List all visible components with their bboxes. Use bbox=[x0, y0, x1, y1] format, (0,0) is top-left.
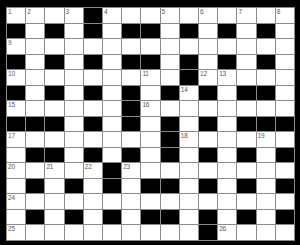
letter-cell-r11c0[interactable] bbox=[7, 179, 25, 194]
letter-cell-r2c0[interactable]: 9 bbox=[7, 39, 25, 54]
letter-cell-r14c8[interactable] bbox=[161, 225, 179, 240]
letter-cell-r8c9[interactable]: 18 bbox=[180, 132, 198, 147]
black-cell-r8c8 bbox=[161, 132, 179, 147]
letter-cell-r7c11[interactable] bbox=[218, 117, 236, 132]
clue-number-18: 18 bbox=[181, 132, 188, 139]
letter-cell-r4c14[interactable] bbox=[276, 70, 294, 85]
letter-cell-r13c13[interactable] bbox=[257, 210, 275, 225]
letter-cell-r6c8[interactable] bbox=[161, 101, 179, 116]
letter-cell-r4c0[interactable]: 10 bbox=[7, 70, 25, 85]
letter-cell-r11c6[interactable] bbox=[122, 179, 140, 194]
letter-cell-r0c5[interactable]: 4 bbox=[103, 8, 121, 23]
letter-cell-r13c6[interactable] bbox=[122, 210, 140, 225]
black-cell-r3c2 bbox=[45, 55, 63, 70]
letter-cell-r14c11[interactable]: 26 bbox=[218, 225, 236, 240]
letter-cell-r2c12[interactable] bbox=[237, 39, 255, 54]
letter-cell-r4c13[interactable] bbox=[257, 70, 275, 85]
letter-cell-r6c5[interactable] bbox=[103, 101, 121, 116]
letter-cell-r12c7[interactable] bbox=[141, 194, 159, 209]
letter-cell-r3c12[interactable] bbox=[237, 55, 255, 70]
black-cell-r3c4 bbox=[84, 55, 102, 70]
letter-cell-r10c0[interactable]: 20 bbox=[7, 163, 25, 178]
clue-number-7: 7 bbox=[238, 8, 241, 15]
letter-cell-r12c4[interactable] bbox=[84, 194, 102, 209]
letter-cell-r13c11[interactable] bbox=[218, 210, 236, 225]
clue-number-11: 11 bbox=[142, 70, 148, 77]
letter-cell-r12c10[interactable] bbox=[199, 194, 217, 209]
black-cell-r0c4 bbox=[84, 8, 102, 23]
letter-cell-r3c10[interactable] bbox=[199, 55, 217, 70]
black-cell-r3c9 bbox=[180, 55, 198, 70]
letter-cell-r6c11[interactable] bbox=[218, 101, 236, 116]
black-cell-r1c4 bbox=[84, 24, 102, 39]
letter-cell-r14c5[interactable] bbox=[103, 225, 121, 240]
letter-cell-r2c14[interactable] bbox=[276, 39, 294, 54]
clue-number-25: 25 bbox=[8, 225, 15, 232]
black-cell-r3c0 bbox=[7, 55, 25, 70]
letter-cell-r4c11[interactable]: 13 bbox=[218, 70, 236, 85]
black-cell-r5c8 bbox=[161, 86, 179, 101]
black-cell-r7c2 bbox=[45, 117, 63, 132]
letter-cell-r5c9[interactable]: 14 bbox=[180, 86, 198, 101]
letter-cell-r2c4[interactable] bbox=[84, 39, 102, 54]
clue-number-3: 3 bbox=[66, 8, 69, 15]
letter-cell-r8c12[interactable] bbox=[237, 132, 255, 147]
letter-cell-r9c3[interactable] bbox=[65, 148, 83, 163]
letter-cell-r14c13[interactable] bbox=[257, 225, 275, 240]
clue-number-6: 6 bbox=[200, 8, 203, 15]
letter-cell-r10c2[interactable]: 21 bbox=[45, 163, 63, 178]
clue-number-5: 5 bbox=[162, 8, 165, 15]
crossword-page: 1234567891011121314151617181920212223242… bbox=[0, 0, 300, 245]
letter-cell-r9c0[interactable] bbox=[7, 148, 25, 163]
black-cell-r10c5 bbox=[103, 163, 121, 178]
letter-cell-r13c2[interactable] bbox=[45, 210, 63, 225]
letter-cell-r2c1[interactable] bbox=[26, 39, 44, 54]
black-cell-r6c6 bbox=[122, 101, 140, 116]
black-cell-r13c5 bbox=[103, 210, 121, 225]
letter-cell-r6c1[interactable] bbox=[26, 101, 44, 116]
letter-cell-r10c12[interactable] bbox=[237, 163, 255, 178]
letter-cell-r7c7[interactable] bbox=[141, 117, 159, 132]
letter-cell-r10c6[interactable]: 23 bbox=[122, 163, 140, 178]
letter-cell-r10c14[interactable] bbox=[276, 163, 294, 178]
letter-cell-r1c14[interactable] bbox=[276, 24, 294, 39]
letter-cell-r12c5[interactable] bbox=[103, 194, 121, 209]
letter-cell-r7c3[interactable] bbox=[65, 117, 83, 132]
letter-cell-r6c2[interactable] bbox=[45, 101, 63, 116]
letter-cell-r14c0[interactable]: 25 bbox=[7, 225, 25, 240]
letter-cell-r4c8[interactable] bbox=[161, 70, 179, 85]
letter-cell-r8c5[interactable] bbox=[103, 132, 121, 147]
letter-cell-r9c5[interactable] bbox=[103, 148, 121, 163]
letter-cell-r8c4[interactable] bbox=[84, 132, 102, 147]
letter-cell-r12c12[interactable] bbox=[237, 194, 255, 209]
clue-number-9: 9 bbox=[8, 39, 11, 46]
letter-cell-r12c0[interactable]: 24 bbox=[7, 194, 25, 209]
black-cell-r11c8 bbox=[161, 179, 179, 194]
letter-cell-r0c0[interactable]: 1 bbox=[7, 8, 25, 23]
letter-cell-r11c11[interactable] bbox=[218, 179, 236, 194]
clue-number-15: 15 bbox=[8, 101, 15, 108]
letter-cell-r10c8[interactable] bbox=[161, 163, 179, 178]
black-cell-r3c11 bbox=[218, 55, 236, 70]
black-cell-r5c12 bbox=[237, 86, 255, 101]
clue-number-22: 22 bbox=[85, 163, 92, 170]
black-cell-r11c10 bbox=[199, 179, 217, 194]
letter-cell-r12c6[interactable] bbox=[122, 194, 140, 209]
black-cell-r4c9 bbox=[180, 70, 198, 85]
clue-number-8: 8 bbox=[277, 8, 280, 15]
letter-cell-r4c3[interactable] bbox=[65, 70, 83, 85]
letter-cell-r8c1[interactable] bbox=[26, 132, 44, 147]
letter-cell-r12c11[interactable] bbox=[218, 194, 236, 209]
letter-cell-r11c13[interactable] bbox=[257, 179, 275, 194]
letter-cell-r1c1[interactable] bbox=[26, 24, 44, 39]
clue-number-13: 13 bbox=[219, 70, 226, 77]
black-cell-r1c0 bbox=[7, 24, 25, 39]
letter-cell-r4c7[interactable]: 11 bbox=[141, 70, 159, 85]
black-cell-r7c8 bbox=[161, 117, 179, 132]
crossword-grid: 1234567891011121314151617181920212223242… bbox=[6, 7, 295, 241]
black-cell-r13c1 bbox=[26, 210, 44, 225]
clue-number-12: 12 bbox=[200, 70, 207, 77]
clue-number-2: 2 bbox=[27, 8, 30, 15]
black-cell-r9c2 bbox=[45, 148, 63, 163]
black-cell-r5c2 bbox=[45, 86, 63, 101]
black-cell-r5c10 bbox=[199, 86, 217, 101]
black-cell-r9c10 bbox=[199, 148, 217, 163]
letter-cell-r6c14[interactable] bbox=[276, 101, 294, 116]
letter-cell-r1c8[interactable] bbox=[161, 24, 179, 39]
letter-cell-r9c11[interactable] bbox=[218, 148, 236, 163]
black-cell-r7c14 bbox=[276, 117, 294, 132]
letter-cell-r2c2[interactable] bbox=[45, 39, 63, 54]
letter-cell-r8c14[interactable] bbox=[276, 132, 294, 147]
letter-cell-r5c11[interactable] bbox=[218, 86, 236, 101]
black-cell-r11c14 bbox=[276, 179, 294, 194]
letter-cell-r10c1[interactable] bbox=[26, 163, 44, 178]
letter-cell-r0c3[interactable]: 3 bbox=[65, 8, 83, 23]
clue-number-17: 17 bbox=[8, 132, 15, 139]
letter-cell-r0c8[interactable]: 5 bbox=[161, 8, 179, 23]
black-cell-r13c14 bbox=[276, 210, 294, 225]
clue-number-23: 23 bbox=[123, 163, 130, 170]
black-cell-r13c7 bbox=[141, 210, 159, 225]
clue-number-16: 16 bbox=[142, 101, 149, 108]
letter-cell-r9c13[interactable] bbox=[257, 148, 275, 163]
black-cell-r11c1 bbox=[26, 179, 44, 194]
letter-cell-r3c5[interactable] bbox=[103, 55, 121, 70]
letter-cell-r1c12[interactable] bbox=[237, 24, 255, 39]
letter-cell-r13c0[interactable] bbox=[7, 210, 25, 225]
letter-cell-r13c9[interactable] bbox=[180, 210, 198, 225]
letter-cell-r0c2[interactable] bbox=[45, 8, 63, 23]
letter-cell-r11c4[interactable] bbox=[84, 179, 102, 194]
letter-cell-r12c13[interactable] bbox=[257, 194, 275, 209]
black-cell-r9c12 bbox=[237, 148, 255, 163]
letter-cell-r10c11[interactable] bbox=[218, 163, 236, 178]
letter-cell-r2c9[interactable] bbox=[180, 39, 198, 54]
black-cell-r7c12 bbox=[237, 117, 255, 132]
letter-cell-r2c6[interactable] bbox=[122, 39, 140, 54]
clue-number-19: 19 bbox=[258, 132, 265, 139]
black-cell-r1c13 bbox=[257, 24, 275, 39]
clue-number-24: 24 bbox=[8, 194, 15, 201]
letter-cell-r0c13[interactable] bbox=[257, 8, 275, 23]
letter-cell-r9c9[interactable] bbox=[180, 148, 198, 163]
black-cell-r13c3 bbox=[65, 210, 83, 225]
letter-cell-r2c7[interactable] bbox=[141, 39, 159, 54]
black-cell-r7c0 bbox=[7, 117, 25, 132]
letter-cell-r0c10[interactable]: 6 bbox=[199, 8, 217, 23]
letter-cell-r1c10[interactable] bbox=[199, 24, 217, 39]
letter-cell-r6c3[interactable] bbox=[65, 101, 83, 116]
black-cell-r9c6 bbox=[122, 148, 140, 163]
black-cell-r11c7 bbox=[141, 179, 159, 194]
letter-cell-r4c1[interactable] bbox=[26, 70, 44, 85]
letter-cell-r5c3[interactable] bbox=[65, 86, 83, 101]
black-cell-r13c10 bbox=[199, 210, 217, 225]
black-cell-r5c0 bbox=[7, 86, 25, 101]
black-cell-r5c13 bbox=[257, 86, 275, 101]
black-cell-r3c6 bbox=[122, 55, 140, 70]
letter-cell-r8c3[interactable] bbox=[65, 132, 83, 147]
letter-cell-r3c1[interactable] bbox=[26, 55, 44, 70]
letter-cell-r3c8[interactable] bbox=[161, 55, 179, 70]
letter-cell-r3c3[interactable] bbox=[65, 55, 83, 70]
letter-cell-r6c4[interactable] bbox=[84, 101, 102, 116]
letter-cell-r2c13[interactable] bbox=[257, 39, 275, 54]
clue-number-10: 10 bbox=[8, 70, 15, 77]
letter-cell-r2c10[interactable] bbox=[199, 39, 217, 54]
letter-cell-r10c10[interactable] bbox=[199, 163, 217, 178]
letter-cell-r6c9[interactable] bbox=[180, 101, 198, 116]
letter-cell-r11c2[interactable] bbox=[45, 179, 63, 194]
letter-cell-r1c5[interactable] bbox=[103, 24, 121, 39]
letter-cell-r4c4[interactable] bbox=[84, 70, 102, 85]
letter-cell-r12c14[interactable] bbox=[276, 194, 294, 209]
letter-cell-r14c7[interactable] bbox=[141, 225, 159, 240]
black-cell-r1c2 bbox=[45, 24, 63, 39]
black-cell-r1c7 bbox=[141, 24, 159, 39]
clue-number-1: 1 bbox=[8, 8, 11, 15]
clue-number-14: 14 bbox=[181, 86, 188, 93]
black-cell-r1c9 bbox=[180, 24, 198, 39]
letter-cell-r12c1[interactable] bbox=[26, 194, 44, 209]
letter-cell-r2c11[interactable] bbox=[218, 39, 236, 54]
black-cell-r7c13 bbox=[257, 117, 275, 132]
black-cell-r1c6 bbox=[122, 24, 140, 39]
letter-cell-r12c8[interactable] bbox=[161, 194, 179, 209]
black-cell-r11c3 bbox=[65, 179, 83, 194]
letter-cell-r14c2[interactable] bbox=[45, 225, 63, 240]
letter-cell-r10c4[interactable]: 22 bbox=[84, 163, 102, 178]
clue-number-21: 21 bbox=[46, 163, 53, 170]
letter-cell-r0c7[interactable] bbox=[141, 8, 159, 23]
letter-cell-r12c2[interactable] bbox=[45, 194, 63, 209]
letter-cell-r8c11[interactable] bbox=[218, 132, 236, 147]
letter-cell-r6c12[interactable] bbox=[237, 101, 255, 116]
letter-cell-r14c9[interactable] bbox=[180, 225, 198, 240]
letter-cell-r10c9[interactable] bbox=[180, 163, 198, 178]
black-cell-r7c1 bbox=[26, 117, 44, 132]
letter-cell-r8c13[interactable]: 19 bbox=[257, 132, 275, 147]
letter-cell-r5c7[interactable] bbox=[141, 86, 159, 101]
black-cell-r14c10 bbox=[199, 225, 217, 240]
black-cell-r13c8 bbox=[161, 210, 179, 225]
letter-cell-r5c14[interactable] bbox=[276, 86, 294, 101]
letter-cell-r10c7[interactable] bbox=[141, 163, 159, 178]
black-cell-r1c11 bbox=[218, 24, 236, 39]
letter-cell-r14c3[interactable] bbox=[65, 225, 83, 240]
letter-cell-r14c1[interactable] bbox=[26, 225, 44, 240]
black-cell-r13c12 bbox=[237, 210, 255, 225]
letter-cell-r8c0[interactable]: 17 bbox=[7, 132, 25, 147]
letter-cell-r10c13[interactable] bbox=[257, 163, 275, 178]
letter-cell-r0c6[interactable] bbox=[122, 8, 140, 23]
black-cell-r11c5 bbox=[103, 179, 121, 194]
black-cell-r5c6 bbox=[122, 86, 140, 101]
black-cell-r5c4 bbox=[84, 86, 102, 101]
letter-cell-r0c11[interactable] bbox=[218, 8, 236, 23]
letter-cell-r5c5[interactable] bbox=[103, 86, 121, 101]
letter-cell-r2c5[interactable] bbox=[103, 39, 121, 54]
letter-cell-r4c6[interactable] bbox=[122, 70, 140, 85]
letter-cell-r4c5[interactable] bbox=[103, 70, 121, 85]
black-cell-r7c6 bbox=[122, 117, 140, 132]
letter-cell-r14c6[interactable] bbox=[122, 225, 140, 240]
letter-cell-r2c3[interactable] bbox=[65, 39, 83, 54]
letter-cell-r13c4[interactable] bbox=[84, 210, 102, 225]
letter-cell-r8c10[interactable] bbox=[199, 132, 217, 147]
letter-cell-r9c7[interactable] bbox=[141, 148, 159, 163]
black-cell-r11c12 bbox=[237, 179, 255, 194]
letter-cell-r4c2[interactable] bbox=[45, 70, 63, 85]
black-cell-r9c4 bbox=[84, 148, 102, 163]
letter-cell-r14c4[interactable] bbox=[84, 225, 102, 240]
black-cell-r9c14 bbox=[276, 148, 294, 163]
letter-cell-r8c2[interactable] bbox=[45, 132, 63, 147]
letter-cell-r7c9[interactable] bbox=[180, 117, 198, 132]
letter-cell-r5c1[interactable] bbox=[26, 86, 44, 101]
clue-number-26: 26 bbox=[219, 225, 226, 232]
letter-cell-r6c13[interactable] bbox=[257, 101, 275, 116]
letter-cell-r14c14[interactable] bbox=[276, 225, 294, 240]
letter-cell-r10c3[interactable] bbox=[65, 163, 83, 178]
letter-cell-r6c7[interactable]: 16 bbox=[141, 101, 159, 116]
clue-number-20: 20 bbox=[8, 163, 15, 170]
letter-cell-r3c14[interactable] bbox=[276, 55, 294, 70]
letter-cell-r8c7[interactable] bbox=[141, 132, 159, 147]
letter-cell-r4c12[interactable] bbox=[237, 70, 255, 85]
clue-number-4: 4 bbox=[104, 8, 107, 15]
black-cell-r3c7 bbox=[141, 55, 159, 70]
letter-cell-r4c10[interactable]: 12 bbox=[199, 70, 217, 85]
black-cell-r9c1 bbox=[26, 148, 44, 163]
letter-cell-r0c9[interactable] bbox=[180, 8, 198, 23]
letter-cell-r12c3[interactable] bbox=[65, 194, 83, 209]
black-cell-r7c10 bbox=[199, 117, 217, 132]
letter-cell-r12c9[interactable] bbox=[180, 194, 198, 209]
letter-cell-r0c12[interactable]: 7 bbox=[237, 8, 255, 23]
letter-cell-r2c8[interactable] bbox=[161, 39, 179, 54]
letter-cell-r8c6[interactable] bbox=[122, 132, 140, 147]
letter-cell-r1c3[interactable] bbox=[65, 24, 83, 39]
letter-cell-r6c10[interactable] bbox=[199, 101, 217, 116]
black-cell-r7c4 bbox=[84, 117, 102, 132]
letter-cell-r0c1[interactable]: 2 bbox=[26, 8, 44, 23]
black-cell-r9c8 bbox=[161, 148, 179, 163]
black-cell-r3c13 bbox=[257, 55, 275, 70]
letter-cell-r7c5[interactable] bbox=[103, 117, 121, 132]
letter-cell-r14c12[interactable] bbox=[237, 225, 255, 240]
letter-cell-r11c9[interactable] bbox=[180, 179, 198, 194]
letter-cell-r6c0[interactable]: 15 bbox=[7, 101, 25, 116]
letter-cell-r0c14[interactable]: 8 bbox=[276, 8, 294, 23]
